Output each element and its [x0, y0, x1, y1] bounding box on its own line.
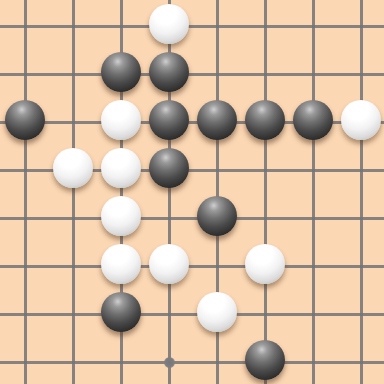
grid-line-horizontal — [0, 361, 384, 364]
black-stone — [293, 100, 333, 140]
grid-line-vertical — [264, 0, 267, 384]
white-stone — [53, 148, 93, 188]
grid-line-horizontal — [0, 265, 384, 268]
black-stone — [101, 292, 141, 332]
black-stone — [149, 148, 189, 188]
white-stone — [245, 244, 285, 284]
white-stone — [101, 196, 141, 236]
grid-line-horizontal — [0, 217, 384, 220]
white-stone — [149, 244, 189, 284]
grid-line-vertical — [312, 0, 315, 384]
white-stone — [101, 148, 141, 188]
black-stone — [197, 196, 237, 236]
white-stone — [149, 4, 189, 44]
grid-line-horizontal — [0, 25, 384, 28]
black-stone — [245, 100, 285, 140]
white-stone — [101, 100, 141, 140]
grid-line-horizontal — [0, 73, 384, 76]
black-stone — [245, 340, 285, 380]
white-stone — [341, 100, 381, 140]
white-stone — [197, 292, 237, 332]
black-stone — [5, 100, 45, 140]
white-stone — [101, 244, 141, 284]
black-stone — [197, 100, 237, 140]
go-board[interactable] — [0, 0, 384, 384]
grid-line-vertical — [360, 0, 363, 384]
grid-line-vertical — [24, 0, 27, 384]
black-stone — [101, 52, 141, 92]
grid-line-vertical — [72, 0, 75, 384]
black-stone — [149, 52, 189, 92]
star-point — [164, 357, 175, 368]
black-stone — [149, 100, 189, 140]
grid-line-horizontal — [0, 313, 384, 316]
